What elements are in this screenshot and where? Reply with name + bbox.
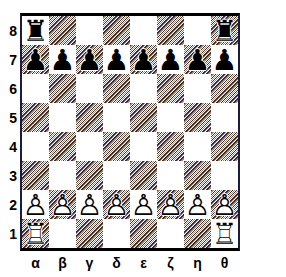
black-rook[interactable]: ♜ — [211, 16, 238, 45]
square-a6[interactable] — [22, 74, 49, 103]
square-g6[interactable] — [184, 74, 211, 103]
rank-label-7: 7 — [0, 45, 19, 74]
black-pawn-glyph: ♟ — [22, 46, 49, 75]
square-c7[interactable]: ♟ — [76, 45, 103, 74]
board-frame: ♜♜♟♟♟♟♟♟♟♟♟♙♟♙♟♙♟♙♟♙♟♙♟♙♟♙♜♖♜♖ — [20, 13, 240, 251]
square-f2[interactable]: ♟♙ — [157, 190, 184, 219]
square-h4[interactable] — [211, 132, 238, 161]
white-pawn[interactable]: ♟♙ — [157, 190, 184, 219]
square-c8[interactable] — [76, 16, 103, 45]
square-f6[interactable] — [157, 74, 184, 103]
square-c2[interactable]: ♟♙ — [76, 190, 103, 219]
square-f3[interactable] — [157, 161, 184, 190]
square-d5[interactable] — [103, 103, 130, 132]
square-a2[interactable]: ♟♙ — [22, 190, 49, 219]
square-a3[interactable] — [22, 161, 49, 190]
square-e7[interactable]: ♟ — [130, 45, 157, 74]
black-pawn[interactable]: ♟ — [211, 45, 238, 74]
black-pawn[interactable]: ♟ — [130, 45, 157, 74]
black-pawn-glyph: ♟ — [130, 46, 157, 75]
file-label-b: β — [49, 253, 76, 273]
square-c1[interactable] — [76, 219, 103, 248]
white-pawn-outline: ♙ — [130, 191, 157, 220]
rank-label-5: 5 — [0, 103, 19, 132]
square-f7[interactable]: ♟ — [157, 45, 184, 74]
square-b6[interactable] — [49, 74, 76, 103]
white-pawn[interactable]: ♟♙ — [130, 190, 157, 219]
square-a5[interactable] — [22, 103, 49, 132]
file-label-d: δ — [103, 253, 130, 273]
square-e2[interactable]: ♟♙ — [130, 190, 157, 219]
square-e6[interactable] — [130, 74, 157, 103]
square-b5[interactable] — [49, 103, 76, 132]
black-pawn[interactable]: ♟ — [76, 45, 103, 74]
black-pawn-glyph: ♟ — [184, 46, 211, 75]
square-h1[interactable]: ♜♖ — [211, 219, 238, 248]
square-c5[interactable] — [76, 103, 103, 132]
square-c4[interactable] — [76, 132, 103, 161]
square-b1[interactable] — [49, 219, 76, 248]
white-pawn-outline: ♙ — [211, 191, 238, 220]
rank-labels: 87654321 — [0, 16, 19, 248]
square-h7[interactable]: ♟ — [211, 45, 238, 74]
square-e5[interactable] — [130, 103, 157, 132]
square-d6[interactable] — [103, 74, 130, 103]
square-g4[interactable] — [184, 132, 211, 161]
white-pawn[interactable]: ♟♙ — [103, 190, 130, 219]
white-pawn[interactable]: ♟♙ — [76, 190, 103, 219]
white-pawn-outline: ♙ — [157, 191, 184, 220]
white-pawn-outline: ♙ — [184, 191, 211, 220]
square-e8[interactable] — [130, 16, 157, 45]
square-d3[interactable] — [103, 161, 130, 190]
square-d1[interactable] — [103, 219, 130, 248]
square-g7[interactable]: ♟ — [184, 45, 211, 74]
black-pawn[interactable]: ♟ — [22, 45, 49, 74]
square-b2[interactable]: ♟♙ — [49, 190, 76, 219]
chess-board: ♜♜♟♟♟♟♟♟♟♟♟♙♟♙♟♙♟♙♟♙♟♙♟♙♟♙♜♖♜♖ — [22, 16, 238, 248]
black-rook-glyph: ♜ — [211, 17, 238, 46]
square-g5[interactable] — [184, 103, 211, 132]
square-h5[interactable] — [211, 103, 238, 132]
square-f8[interactable] — [157, 16, 184, 45]
file-label-a: α — [22, 253, 49, 273]
white-pawn[interactable]: ♟♙ — [184, 190, 211, 219]
file-label-g: η — [184, 253, 211, 273]
rank-label-3: 3 — [0, 161, 19, 190]
rank-label-6: 6 — [0, 74, 19, 103]
rank-label-8: 8 — [0, 16, 19, 45]
black-pawn[interactable]: ♟ — [184, 45, 211, 74]
white-pawn-outline: ♙ — [22, 191, 49, 220]
square-f4[interactable] — [157, 132, 184, 161]
file-label-h: θ — [211, 253, 238, 273]
square-b3[interactable] — [49, 161, 76, 190]
square-h8[interactable]: ♜ — [211, 16, 238, 45]
square-d8[interactable] — [103, 16, 130, 45]
square-h6[interactable] — [211, 74, 238, 103]
rank-label-2: 2 — [0, 190, 19, 219]
square-a1[interactable]: ♜♖ — [22, 219, 49, 248]
white-rook[interactable]: ♜♖ — [211, 219, 238, 248]
rank-label-4: 4 — [0, 132, 19, 161]
black-pawn[interactable]: ♟ — [157, 45, 184, 74]
file-label-c: γ — [76, 253, 103, 273]
black-pawn[interactable]: ♟ — [49, 45, 76, 74]
square-d4[interactable] — [103, 132, 130, 161]
black-pawn-glyph: ♟ — [211, 46, 238, 75]
white-rook-outline: ♖ — [211, 220, 238, 249]
square-g8[interactable] — [184, 16, 211, 45]
square-f5[interactable] — [157, 103, 184, 132]
white-rook[interactable]: ♜♖ — [22, 219, 49, 248]
square-e3[interactable] — [130, 161, 157, 190]
square-b8[interactable] — [49, 16, 76, 45]
black-rook-glyph: ♜ — [22, 17, 49, 46]
black-pawn-glyph: ♟ — [49, 46, 76, 75]
square-h2[interactable]: ♟♙ — [211, 190, 238, 219]
square-g3[interactable] — [184, 161, 211, 190]
chess-diagram: 87654321 ♜♜♟♟♟♟♟♟♟♟♟♙♟♙♟♙♟♙♟♙♟♙♟♙♟♙♜♖♜♖ … — [0, 0, 286, 277]
square-g1[interactable] — [184, 219, 211, 248]
white-pawn[interactable]: ♟♙ — [22, 190, 49, 219]
rank-label-1: 1 — [0, 219, 19, 248]
white-pawn-outline: ♙ — [49, 191, 76, 220]
square-c6[interactable] — [76, 74, 103, 103]
black-pawn-glyph: ♟ — [157, 46, 184, 75]
square-e1[interactable] — [130, 219, 157, 248]
black-rook[interactable]: ♜ — [22, 16, 49, 45]
white-pawn-outline: ♙ — [103, 191, 130, 220]
square-h3[interactable] — [211, 161, 238, 190]
square-f1[interactable] — [157, 219, 184, 248]
square-d7[interactable]: ♟ — [103, 45, 130, 74]
white-pawn[interactable]: ♟♙ — [211, 190, 238, 219]
black-pawn-glyph: ♟ — [103, 46, 130, 75]
file-label-f: ζ — [157, 253, 184, 273]
square-b7[interactable]: ♟ — [49, 45, 76, 74]
file-labels: αβγδεζηθ — [22, 253, 238, 273]
square-g2[interactable]: ♟♙ — [184, 190, 211, 219]
white-pawn[interactable]: ♟♙ — [49, 190, 76, 219]
square-a4[interactable] — [22, 132, 49, 161]
square-c3[interactable] — [76, 161, 103, 190]
black-pawn[interactable]: ♟ — [103, 45, 130, 74]
square-d2[interactable]: ♟♙ — [103, 190, 130, 219]
file-label-e: ε — [130, 253, 157, 273]
square-e4[interactable] — [130, 132, 157, 161]
square-b4[interactable] — [49, 132, 76, 161]
square-a8[interactable]: ♜ — [22, 16, 49, 45]
black-pawn-glyph: ♟ — [76, 46, 103, 75]
white-rook-outline: ♖ — [22, 220, 49, 249]
white-pawn-outline: ♙ — [76, 191, 103, 220]
square-a7[interactable]: ♟ — [22, 45, 49, 74]
